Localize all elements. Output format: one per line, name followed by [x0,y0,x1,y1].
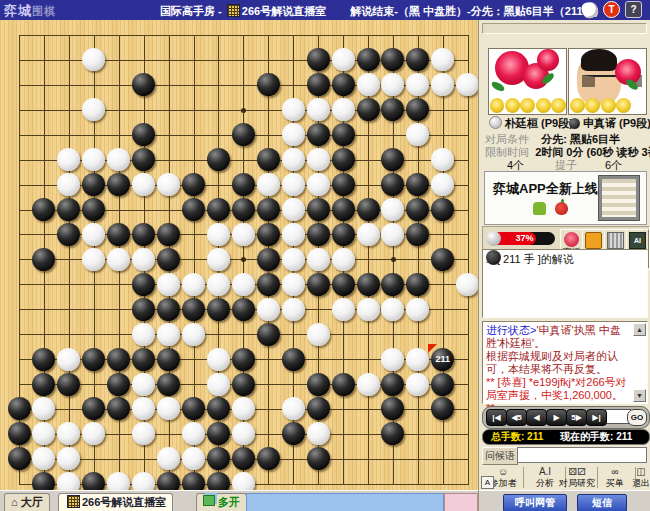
black-stone [381,373,404,396]
nav-last-button[interactable]: ▶| [586,409,607,426]
white-stone [332,298,355,321]
white-stone [282,298,305,321]
black-player-avatar[interactable] [568,48,647,115]
black-stone [157,248,180,271]
star-point [241,257,246,262]
white-stone [307,98,330,121]
greeting-label: 问候语 [482,447,518,465]
rose-image [537,49,559,71]
white-stone [332,248,355,271]
white-stone [157,273,180,296]
black-stone [132,273,155,296]
white-stone [357,298,380,321]
phone-image [598,175,640,221]
star-point [391,257,396,262]
black-stone [307,447,330,470]
white-stone [332,48,355,71]
windows-icon [203,495,215,506]
white-stone [232,223,255,246]
tab-multi-open[interactable]: 多开 [196,493,247,511]
black-stone [307,273,330,296]
white-stone [182,323,205,346]
tab-room-active[interactable]: 266号解说直播室 [58,493,173,511]
black-stone [332,123,355,146]
move-number-label: 211 [431,348,454,371]
black-stone [132,348,155,371]
black-stone [357,48,380,71]
white-stone [157,323,180,346]
white-stone [57,348,80,371]
white-stone [207,248,230,271]
white-stone [157,173,180,196]
black-stone [307,198,330,221]
black-stone [257,447,280,470]
nav-forward-button[interactable]: ▶ [546,409,567,426]
black-stone [182,298,205,321]
go-board[interactable]: 211 [0,20,478,491]
white-player-name: 朴廷桓 (P9段) [489,116,573,130]
toolbar-label: 退出 [632,478,650,488]
black-stone [157,348,180,371]
banner-text: 弈城APP全新上线 [493,180,598,198]
black-stone [107,348,130,371]
white-stone [107,248,130,271]
scroll-up-arrow[interactable]: ▲ [633,323,646,336]
black-stone [8,422,31,445]
black-stone [32,348,55,371]
right-panel: 朴廷桓 (P9段) 申真谞 (P9段) 对局条件 分先: 黑贴6目半 限制时间 … [478,20,650,511]
house-icon: ⌂ [11,496,18,508]
white-stone [207,348,230,371]
black-stone [157,223,180,246]
white-stone-icon [486,231,501,246]
t-badge-icon[interactable]: T [603,1,620,18]
panel-bottom-strip: 呼叫网管 短信 [479,490,650,511]
black-stone [232,198,255,221]
app-banner[interactable]: 弈城APP全新上线 [484,171,647,225]
black-stone [157,298,180,321]
rose-icon [564,232,579,247]
black-stone [257,73,280,96]
greeting-input[interactable] [517,447,647,463]
room-board-icon [227,4,240,17]
app-logo: 弈城围棋 [4,2,56,20]
black-stone [257,198,280,221]
white-stone [132,373,155,396]
yellow-roses-row [569,98,646,114]
black-stone [332,223,355,246]
black-stone [307,373,330,396]
books-icon [607,232,624,249]
white-stone [307,173,330,196]
black-stone [257,248,280,271]
black-stone [107,373,130,396]
nav-first-button[interactable]: |◀ [486,409,507,426]
white-stone [381,348,404,371]
white-stone [257,298,280,321]
nav-back5-button[interactable]: ◀5 [506,409,527,426]
last-move-stone: 211 [431,348,454,371]
total-moves: 总手数: 211 [491,431,543,442]
black-stone [8,397,31,420]
white-stone [132,323,155,346]
black-stone [332,173,355,196]
white-stone [282,98,305,121]
apple-icon [555,202,568,215]
black-stone [431,373,454,396]
help-icon[interactable]: ? [625,1,642,18]
black-stone [107,223,130,246]
black-stone [332,73,355,96]
black-stone [57,373,80,396]
toolbar-label: 分析 [536,478,554,488]
a-button[interactable]: A [481,476,494,489]
white-stone [257,173,280,196]
taskbar-empty-strip [246,493,444,511]
black-stone [332,273,355,296]
white-support-bar: 37% [486,231,556,246]
white-stone [307,248,330,271]
white-stone [406,348,429,371]
status-box[interactable]: 进行状态>'申真谞'执黑 中盘胜'朴廷桓'。 根据弈城规则及对局者的认可，本结果… [482,321,648,404]
android-icon [533,202,546,215]
black-stone [182,198,205,221]
black-stone [257,223,280,246]
white-player-avatar[interactable] [488,48,567,115]
black-stone [207,198,230,221]
white-stone [182,273,205,296]
black-stone-icon [486,250,501,265]
black-stone [207,298,230,321]
black-stone [257,323,280,346]
black-stone [182,173,205,196]
white-stone [456,73,479,96]
sms-button[interactable]: 短信 [577,494,627,511]
hand-cursor-icon[interactable] [580,0,600,19]
black-stone [332,148,355,171]
black-stone [82,348,105,371]
white-stone [282,148,305,171]
nav-back-button[interactable]: ◀ [526,409,547,426]
black-stone [357,98,380,121]
white-stone [307,148,330,171]
black-stone [332,198,355,221]
chip-icon: AI [629,232,646,249]
bottom-tab-bar: ⌂ 大厅 266号解说直播室 多开 [0,490,478,511]
white-stone [207,223,230,246]
door-icon: ◫ [619,466,650,477]
current-move: 现在的手数: 211 [560,431,632,442]
black-stone [132,223,155,246]
white-stone [282,198,305,221]
white-stone [307,422,330,445]
white-stone [406,298,429,321]
title-bar: 弈城围棋 国际高手房 - 266号解说直播室 解说结束-（黑 中盘胜）-分先：黑… [0,0,650,20]
black-stone [357,198,380,221]
white-stone [282,173,305,196]
move-nav-bar: GO |◀◀5◀▶5▶▶| [482,406,650,429]
black-stone [257,273,280,296]
black-stone [307,73,330,96]
result-text: 解说结束-（黑 中盘胜）-分先：黑贴6目半（211手） [350,5,604,17]
white-stone [282,273,305,296]
white-stone [282,223,305,246]
black-stone [257,148,280,171]
partial-button[interactable] [444,493,478,511]
white-stone [332,98,355,121]
tab-lobby[interactable]: ⌂ 大厅 [4,493,50,511]
black-stone [32,373,55,396]
white-stone [132,248,155,271]
black-stone [8,447,31,470]
black-stone [431,248,454,271]
black-stone [307,397,330,420]
window-title: 国际高手房 - 266号解说直播室 解说结束-（黑 中盘胜）-分先：黑贴6目半（… [160,4,605,19]
black-stone [282,422,305,445]
white-stone [357,73,380,96]
black-stone [307,223,330,246]
black-stone [282,348,305,371]
move-count-bar: 总手数: 211 现在的手数: 211 [482,429,650,445]
commentary-box[interactable]: 对[ 211 手 ]的解说 [482,249,648,318]
info-icon [585,232,602,249]
call-admin-button[interactable]: 呼叫网管 [503,494,567,511]
room-board-icon [67,495,80,508]
white-stone [406,373,429,396]
black-stone-icon [569,118,580,129]
white-stone [282,123,305,146]
black-stone [232,348,255,371]
black-stone [232,298,255,321]
black-stone [332,373,355,396]
toolbar-退出[interactable]: ◫退出 [619,466,650,490]
white-stone [207,373,230,396]
white-stone [307,323,330,346]
black-stone [307,48,330,71]
room-toolbar: ☺参加者A.I分析⚄⚂对局研究∞买单◫退出 [479,466,650,490]
black-stone [207,148,230,171]
white-stone-icon [489,116,502,129]
black-stone [232,123,255,146]
scroll-down-arrow[interactable]: ▼ [633,389,646,402]
nav-fwd5-button[interactable]: 5▶ [566,409,587,426]
black-stone [157,373,180,396]
yellow-roses-row [489,98,566,114]
black-stone [232,173,255,196]
black-stone [357,273,380,296]
white-stone [207,273,230,296]
status-line2: 根据弈城规则及对局者的认可，本结果将不再反复。 [486,350,618,375]
black-stone [307,123,330,146]
go-button[interactable]: GO [627,409,647,426]
tygem-go-client-window: { "game": "go", "board_size": 19, "posit… [0,0,650,511]
titlebar-icons: T ? [582,1,642,18]
black-stone [232,373,255,396]
toolbar-label: 对局研究 [559,478,595,488]
panel-header-strip [482,23,647,34]
star-point [241,108,246,113]
white-stone [232,273,255,296]
white-stone [282,248,305,271]
black-stone [132,298,155,321]
white-stone [456,273,479,296]
white-stone [357,373,380,396]
black-stone [232,447,255,470]
white-stone [357,223,380,246]
status-prefix: 进行状态> [486,324,536,336]
white-stone [82,248,105,271]
black-player-name: 申真谞 (P9段) [569,116,650,130]
